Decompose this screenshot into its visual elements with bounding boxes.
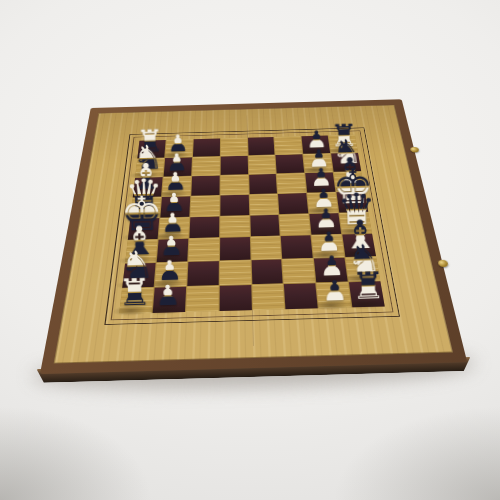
square-c5[interactable] [249, 174, 278, 194]
square-a4[interactable] [220, 138, 247, 156]
squares-grid: ♜♜♜♟♟♟♟♟♟♜♜♜♞♞♞♟♟♟♟♟♟♞♞♞♝♝♝♟♟♟♟♟♟♝♝♝♛♛♛♟… [119, 135, 385, 314]
chess-board: ♜♜♜♟♟♟♟♟♟♜♜♜♞♞♞♟♟♟♟♟♟♞♞♞♝♝♝♟♟♟♟♟♟♝♝♝♛♛♛♟… [40, 99, 467, 374]
square-f5[interactable] [250, 237, 281, 260]
square-h2[interactable]: ♟♟♟ [153, 287, 186, 313]
square-b5[interactable] [248, 155, 276, 174]
perspective-scene: ♜♜♜♟♟♟♟♟♟♜♜♜♞♞♞♟♟♟♟♟♟♞♞♞♝♝♝♟♟♟♟♟♟♝♝♝♛♛♛♟… [0, 0, 500, 500]
photo-backdrop: ♜♜♜♟♟♟♟♟♟♜♜♜♞♞♞♟♟♟♟♟♟♞♞♞♝♝♝♟♟♟♟♟♟♝♝♝♛♛♛♟… [0, 0, 500, 500]
camera-tilt-wrapper: ♜♜♜♟♟♟♟♟♟♜♜♜♞♞♞♟♟♟♟♟♟♞♞♞♝♝♝♟♟♟♟♟♟♝♝♝♛♛♛♟… [0, 0, 500, 500]
board-field: ♜♜♜♟♟♟♟♟♟♜♜♜♞♞♞♟♟♟♟♟♟♞♞♞♝♝♝♟♟♟♟♟♟♝♝♝♛♛♛♟… [54, 105, 453, 364]
square-e4[interactable] [220, 215, 250, 237]
square-c4[interactable] [220, 175, 248, 195]
square-g4[interactable] [219, 261, 250, 286]
square-d5[interactable] [249, 194, 278, 215]
brass-latch-near [437, 260, 448, 268]
square-h4[interactable] [219, 285, 251, 311]
piece-black-rook-h8[interactable]: ♜♜♜ [342, 267, 394, 305]
square-h8[interactable]: ♜♜♜ [349, 281, 385, 307]
square-b4[interactable] [220, 156, 247, 175]
square-g5[interactable] [251, 260, 283, 285]
square-d4[interactable] [220, 195, 249, 216]
piece-white-pawn-h2[interactable]: ♟♟♟ [142, 281, 194, 310]
square-e5[interactable] [250, 215, 280, 237]
square-f4[interactable] [220, 237, 250, 260]
square-h5[interactable] [252, 284, 285, 310]
brass-latch-far [410, 147, 420, 153]
square-a5[interactable] [248, 137, 275, 155]
